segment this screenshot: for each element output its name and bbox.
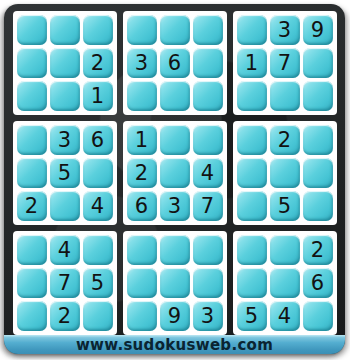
cell-r6c5[interactable]: 3: [160, 191, 190, 221]
cell-r6c2[interactable]: [50, 191, 80, 221]
cell-r3c2[interactable]: [50, 81, 80, 111]
cell-r5c7[interactable]: [237, 158, 267, 188]
cell-r3c6[interactable]: [193, 81, 223, 111]
cell-r5c9[interactable]: [303, 158, 333, 188]
cell-r6c3[interactable]: 4: [83, 191, 113, 221]
cell-r4c2[interactable]: 3: [50, 125, 80, 155]
cell-r7c1[interactable]: [17, 235, 47, 265]
cell-r5c2[interactable]: 5: [50, 158, 80, 188]
cell-r6c9[interactable]: [303, 191, 333, 221]
cell-r6c1[interactable]: 2: [17, 191, 47, 221]
cell-r1c9[interactable]: 9: [303, 15, 333, 45]
cell-r9c5[interactable]: 9: [160, 301, 190, 331]
cell-r5c5[interactable]: [160, 158, 190, 188]
box-2-2: 124637: [123, 121, 227, 225]
box-2-1: 36524: [13, 121, 117, 225]
box-3-1: 4752: [13, 231, 117, 335]
cell-r3c5[interactable]: [160, 81, 190, 111]
cell-r5c8[interactable]: [270, 158, 300, 188]
cell-r9c9[interactable]: [303, 301, 333, 331]
cell-r7c6[interactable]: [193, 235, 223, 265]
cell-r1c2[interactable]: [50, 15, 80, 45]
cell-r6c4[interactable]: 6: [127, 191, 157, 221]
cell-r6c6[interactable]: 7: [193, 191, 223, 221]
cell-r2c6[interactable]: [193, 48, 223, 78]
cell-r3c7[interactable]: [237, 81, 267, 111]
cell-r2c5[interactable]: 6: [160, 48, 190, 78]
box-3-2: 93: [123, 231, 227, 335]
cell-r7c3[interactable]: [83, 235, 113, 265]
cell-r1c7[interactable]: [237, 15, 267, 45]
cell-r1c3[interactable]: [83, 15, 113, 45]
cell-r2c8[interactable]: 7: [270, 48, 300, 78]
cell-r9c4[interactable]: [127, 301, 157, 331]
cell-r9c3[interactable]: [83, 301, 113, 331]
cell-r8c4[interactable]: [127, 268, 157, 298]
box-2-3: 25: [233, 121, 337, 225]
cell-r1c4[interactable]: [127, 15, 157, 45]
cell-r7c8[interactable]: [270, 235, 300, 265]
cell-r1c6[interactable]: [193, 15, 223, 45]
cell-r2c2[interactable]: [50, 48, 80, 78]
box-3-3: 2654: [233, 231, 337, 335]
cell-r1c5[interactable]: [160, 15, 190, 45]
cell-r5c6[interactable]: 4: [193, 158, 223, 188]
cell-r5c3[interactable]: [83, 158, 113, 188]
cell-r9c2[interactable]: 2: [50, 301, 80, 331]
cell-r9c1[interactable]: [17, 301, 47, 331]
cell-r2c1[interactable]: [17, 48, 47, 78]
cell-r8c9[interactable]: 6: [303, 268, 333, 298]
cell-r3c3[interactable]: 1: [83, 81, 113, 111]
cell-r4c5[interactable]: [160, 125, 190, 155]
website-link[interactable]: www.sudokusweb.com: [76, 336, 273, 354]
box-1-3: 3917: [233, 11, 337, 115]
cell-r4c9[interactable]: [303, 125, 333, 155]
box-1-2: 36: [123, 11, 227, 115]
cell-r3c1[interactable]: [17, 81, 47, 111]
cell-r4c1[interactable]: [17, 125, 47, 155]
sudoku-board: 2136391736524124637254752932654: [13, 11, 337, 335]
cell-r4c6[interactable]: [193, 125, 223, 155]
cell-r2c7[interactable]: 1: [237, 48, 267, 78]
cell-r6c8[interactable]: 5: [270, 191, 300, 221]
cell-r2c9[interactable]: [303, 48, 333, 78]
cell-r4c4[interactable]: 1: [127, 125, 157, 155]
cell-r4c3[interactable]: 6: [83, 125, 113, 155]
cell-r7c5[interactable]: [160, 235, 190, 265]
cell-r8c6[interactable]: [193, 268, 223, 298]
sudoku-board-frame: 2136391736524124637254752932654 www.sudo…: [4, 4, 345, 354]
cell-r6c7[interactable]: [237, 191, 267, 221]
cell-r2c3[interactable]: 2: [83, 48, 113, 78]
cell-r8c5[interactable]: [160, 268, 190, 298]
cell-r5c4[interactable]: 2: [127, 158, 157, 188]
sudoku-app: 2136391736524124637254752932654 www.sudo…: [0, 0, 350, 360]
cell-r7c9[interactable]: 2: [303, 235, 333, 265]
cell-r7c7[interactable]: [237, 235, 267, 265]
cell-r3c9[interactable]: [303, 81, 333, 111]
cell-r8c7[interactable]: [237, 268, 267, 298]
footer-bar: www.sudokusweb.com: [4, 335, 345, 354]
cell-r9c8[interactable]: 4: [270, 301, 300, 331]
cell-r8c3[interactable]: 5: [83, 268, 113, 298]
cell-r9c7[interactable]: 5: [237, 301, 267, 331]
cell-r1c1[interactable]: [17, 15, 47, 45]
cell-r4c7[interactable]: [237, 125, 267, 155]
cell-r7c4[interactable]: [127, 235, 157, 265]
cell-r1c8[interactable]: 3: [270, 15, 300, 45]
cell-r9c6[interactable]: 3: [193, 301, 223, 331]
box-1-1: 21: [13, 11, 117, 115]
cell-r3c8[interactable]: [270, 81, 300, 111]
cell-r2c4[interactable]: 3: [127, 48, 157, 78]
cell-r4c8[interactable]: 2: [270, 125, 300, 155]
cell-r8c8[interactable]: [270, 268, 300, 298]
cell-r3c4[interactable]: [127, 81, 157, 111]
cell-r8c2[interactable]: 7: [50, 268, 80, 298]
cell-r7c2[interactable]: 4: [50, 235, 80, 265]
cell-r8c1[interactable]: [17, 268, 47, 298]
cell-r5c1[interactable]: [17, 158, 47, 188]
